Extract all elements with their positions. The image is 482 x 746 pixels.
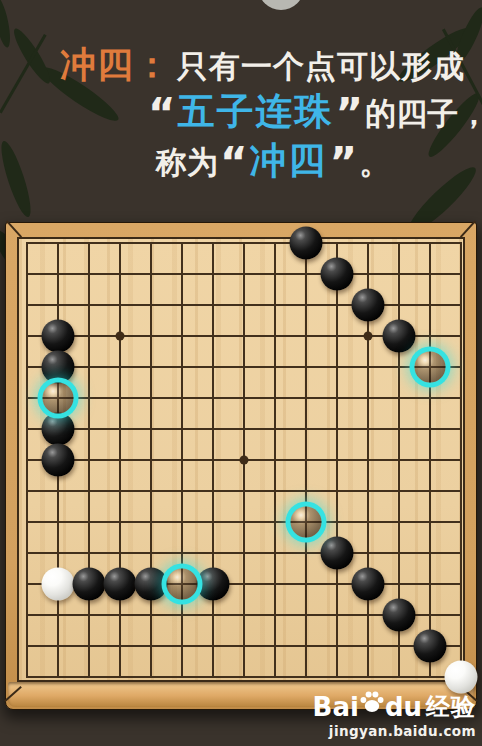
key-point-marker	[43, 383, 74, 414]
term-label: 冲四：	[60, 44, 171, 85]
stone-black	[42, 351, 75, 384]
brand-cn: 经验	[426, 694, 476, 720]
stone-black	[42, 413, 75, 446]
stone-white	[42, 568, 75, 601]
gomoku-board	[5, 222, 477, 710]
stone-black	[414, 630, 447, 663]
baidu-paw-icon	[360, 690, 384, 714]
stone-black	[352, 568, 385, 601]
lesson-line-3: 称为“冲四”。	[60, 138, 470, 183]
lesson-line-2: “五子连珠”的四子，	[60, 89, 470, 134]
stone-black	[383, 599, 416, 632]
star-point	[240, 456, 249, 465]
highlight-term-chongsi: 冲四	[250, 139, 328, 182]
star-point	[364, 332, 373, 341]
key-point-marker	[415, 352, 446, 383]
key-point-marker	[167, 569, 198, 600]
stone-black	[290, 227, 323, 260]
lesson-text: 冲四：只有一个点可以形成 “五子连珠”的四子， 称为“冲四”。	[60, 44, 470, 183]
stone-black	[104, 568, 137, 601]
stone-white	[445, 661, 478, 694]
stone-black	[383, 320, 416, 353]
stone-black	[321, 258, 354, 291]
decorative-circle	[258, 0, 304, 10]
baidu-jingyan-logo: Baidu经验	[313, 690, 476, 720]
highlight-term-wuzilianzhu: 五子连珠	[178, 90, 334, 133]
board-grid	[26, 242, 462, 678]
brand-suffix: du	[385, 694, 422, 720]
star-point	[116, 332, 125, 341]
stone-black	[352, 289, 385, 322]
stone-black	[197, 568, 230, 601]
stone-black	[42, 320, 75, 353]
lesson-line-1-text: 只有一个点可以形成	[177, 48, 465, 84]
stone-black	[42, 444, 75, 477]
stone-black	[135, 568, 168, 601]
page: 冲四：只有一个点可以形成 “五子连珠”的四子， 称为“冲四”。 Baidu经验 …	[0, 0, 482, 746]
brand-prefix: Bai	[313, 694, 359, 720]
site-url: jingyan.baidu.com	[313, 723, 476, 739]
stone-black	[321, 537, 354, 570]
stone-black	[73, 568, 106, 601]
key-point-marker	[291, 507, 322, 538]
baidu-jingyan-watermark: Baidu经验 jingyan.baidu.com	[313, 690, 476, 739]
lesson-line-1: 冲四：只有一个点可以形成	[60, 44, 470, 87]
